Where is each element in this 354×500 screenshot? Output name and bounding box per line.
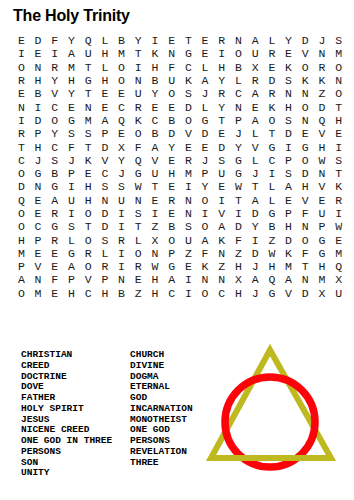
grid-cell[interactable]: S xyxy=(80,127,97,140)
grid-cell[interactable]: N xyxy=(180,194,197,207)
grid-cell[interactable]: D xyxy=(230,220,247,233)
grid-cell[interactable]: O xyxy=(13,61,30,74)
grid-cell[interactable]: U xyxy=(314,207,331,220)
grid-cell[interactable]: J xyxy=(247,287,264,300)
grid-cell[interactable]: T xyxy=(147,180,164,193)
grid-cell[interactable]: E xyxy=(247,100,264,113)
grid-cell[interactable]: U xyxy=(130,87,147,100)
grid-cell[interactable]: U xyxy=(147,167,164,180)
grid-cell[interactable]: I xyxy=(213,47,230,60)
grid-cell[interactable]: N xyxy=(230,100,247,113)
grid-cell[interactable]: I xyxy=(147,34,164,47)
grid-cell[interactable]: B xyxy=(113,287,130,300)
grid-cell[interactable]: H xyxy=(230,287,247,300)
grid-cell[interactable]: E xyxy=(46,247,63,260)
grid-cell[interactable]: A xyxy=(63,260,80,273)
grid-cell[interactable]: T xyxy=(330,100,347,113)
grid-cell[interactable]: E xyxy=(63,100,80,113)
grid-cell[interactable]: A xyxy=(247,114,264,127)
grid-cell[interactable]: S xyxy=(280,114,297,127)
grid-cell[interactable]: D xyxy=(280,127,297,140)
grid-cell[interactable]: Z xyxy=(230,247,247,260)
grid-cell[interactable]: K xyxy=(297,74,314,87)
grid-cell[interactable]: I xyxy=(330,140,347,153)
grid-cell[interactable]: L xyxy=(230,74,247,87)
grid-cell[interactable]: H xyxy=(280,100,297,113)
grid-cell[interactable]: Q xyxy=(330,260,347,273)
grid-cell[interactable]: N xyxy=(13,100,30,113)
grid-cell[interactable]: V xyxy=(180,127,197,140)
grid-cell[interactable]: E xyxy=(80,167,97,180)
grid-cell[interactable]: E xyxy=(213,180,230,193)
grid-cell[interactable]: H xyxy=(30,140,47,153)
grid-cell[interactable]: S xyxy=(63,127,80,140)
grid-cell[interactable]: O xyxy=(330,87,347,100)
grid-cell[interactable]: A xyxy=(46,194,63,207)
grid-cell[interactable]: K xyxy=(80,154,97,167)
grid-cell[interactable]: E xyxy=(113,87,130,100)
grid-cell[interactable]: D xyxy=(30,114,47,127)
grid-cell[interactable]: W xyxy=(330,220,347,233)
grid-cell[interactable]: N xyxy=(163,47,180,60)
grid-cell[interactable]: Z xyxy=(264,233,281,246)
grid-cell[interactable]: X xyxy=(314,287,331,300)
grid-cell[interactable]: I xyxy=(147,207,164,220)
grid-cell[interactable]: D xyxy=(30,34,47,47)
grid-cell[interactable]: H xyxy=(30,74,47,87)
grid-cell[interactable]: N xyxy=(130,74,147,87)
grid-cell[interactable]: S xyxy=(330,34,347,47)
grid-cell[interactable]: Q xyxy=(314,114,331,127)
grid-cell[interactable]: Y xyxy=(163,140,180,153)
grid-cell[interactable]: H xyxy=(63,74,80,87)
grid-cell[interactable]: E xyxy=(314,194,331,207)
grid-cell[interactable]: H xyxy=(297,180,314,193)
grid-cell[interactable]: F xyxy=(46,273,63,286)
grid-cell[interactable]: S xyxy=(97,233,114,246)
grid-cell[interactable]: F xyxy=(297,247,314,260)
grid-cell[interactable]: J xyxy=(247,260,264,273)
grid-cell[interactable]: E xyxy=(163,154,180,167)
grid-cell[interactable]: K xyxy=(213,233,230,246)
grid-cell[interactable]: A xyxy=(247,194,264,207)
grid-cell[interactable]: A xyxy=(280,273,297,286)
grid-cell[interactable]: C xyxy=(97,167,114,180)
grid-cell[interactable]: D xyxy=(280,233,297,246)
grid-cell[interactable]: S xyxy=(280,74,297,87)
grid-cell[interactable]: P xyxy=(280,154,297,167)
grid-cell[interactable]: C xyxy=(80,287,97,300)
grid-cell[interactable]: P xyxy=(314,220,331,233)
grid-cell[interactable]: M xyxy=(80,114,97,127)
grid-cell[interactable]: D xyxy=(264,74,281,87)
grid-cell[interactable]: D xyxy=(297,34,314,47)
grid-cell[interactable]: R xyxy=(247,74,264,87)
grid-cell[interactable]: E xyxy=(163,100,180,113)
grid-cell[interactable]: E xyxy=(163,207,180,220)
grid-cell[interactable]: U xyxy=(330,287,347,300)
grid-cell[interactable]: D xyxy=(213,140,230,153)
grid-cell[interactable]: H xyxy=(97,74,114,87)
grid-cell[interactable]: V xyxy=(97,154,114,167)
grid-cell[interactable]: I xyxy=(63,207,80,220)
grid-cell[interactable]: W xyxy=(147,260,164,273)
grid-cell[interactable]: Y xyxy=(147,87,164,100)
grid-cell[interactable]: B xyxy=(163,220,180,233)
grid-cell[interactable]: K xyxy=(330,180,347,193)
grid-cell[interactable]: O xyxy=(80,233,97,246)
grid-cell[interactable]: P xyxy=(97,127,114,140)
grid-cell[interactable]: G xyxy=(163,260,180,273)
grid-cell[interactable]: L xyxy=(97,34,114,47)
grid-cell[interactable]: O xyxy=(80,207,97,220)
grid-cell[interactable]: V xyxy=(314,180,331,193)
grid-cell[interactable]: V xyxy=(213,207,230,220)
grid-cell[interactable]: N xyxy=(30,273,47,286)
grid-cell[interactable]: P xyxy=(30,233,47,246)
grid-cell[interactable]: F xyxy=(297,207,314,220)
grid-cell[interactable]: O xyxy=(130,127,147,140)
grid-cell[interactable]: Z xyxy=(147,220,164,233)
grid-cell[interactable]: N xyxy=(213,247,230,260)
grid-cell[interactable]: A xyxy=(247,87,264,100)
grid-cell[interactable]: V xyxy=(147,154,164,167)
grid-cell[interactable]: Y xyxy=(197,180,214,193)
grid-cell[interactable]: O xyxy=(80,260,97,273)
grid-cell[interactable]: M xyxy=(13,247,30,260)
grid-cell[interactable]: I xyxy=(230,207,247,220)
grid-cell[interactable]: R xyxy=(13,127,30,140)
grid-cell[interactable]: O xyxy=(46,114,63,127)
grid-cell[interactable]: R xyxy=(163,194,180,207)
grid-cell[interactable]: Q xyxy=(80,34,97,47)
grid-cell[interactable]: L xyxy=(197,100,214,113)
grid-cell[interactable]: C xyxy=(113,100,130,113)
grid-cell[interactable]: P xyxy=(197,167,214,180)
grid-cell[interactable]: C xyxy=(180,61,197,74)
grid-cell[interactable]: V xyxy=(314,127,331,140)
grid-cell[interactable]: L xyxy=(264,34,281,47)
grid-cell[interactable]: O xyxy=(113,74,130,87)
grid-cell[interactable]: B xyxy=(30,87,47,100)
grid-cell[interactable]: R xyxy=(130,100,147,113)
grid-cell[interactable]: E xyxy=(130,273,147,286)
grid-cell[interactable]: I xyxy=(13,47,30,60)
grid-cell[interactable]: T xyxy=(264,127,281,140)
grid-cell[interactable]: P xyxy=(63,167,80,180)
grid-cell[interactable]: N xyxy=(30,61,47,74)
grid-cell[interactable]: H xyxy=(264,260,281,273)
grid-cell[interactable]: A xyxy=(280,180,297,193)
grid-cell[interactable]: U xyxy=(80,47,97,60)
grid-cell[interactable]: C xyxy=(264,154,281,167)
grid-cell[interactable]: J xyxy=(63,154,80,167)
grid-cell[interactable]: F xyxy=(230,233,247,246)
grid-cell[interactable]: M xyxy=(330,47,347,60)
grid-cell[interactable]: N xyxy=(297,220,314,233)
grid-cell[interactable]: R xyxy=(314,61,331,74)
grid-cell[interactable]: I xyxy=(197,207,214,220)
grid-cell[interactable]: J xyxy=(197,87,214,100)
grid-cell[interactable]: K xyxy=(264,100,281,113)
grid-cell[interactable]: E xyxy=(147,194,164,207)
grid-cell[interactable]: M xyxy=(314,273,331,286)
grid-cell[interactable]: N xyxy=(280,87,297,100)
grid-cell[interactable]: B xyxy=(147,74,164,87)
grid-cell[interactable]: G xyxy=(264,140,281,153)
grid-cell[interactable]: G xyxy=(63,114,80,127)
grid-cell[interactable]: G xyxy=(30,167,47,180)
grid-cell[interactable]: O xyxy=(297,61,314,74)
grid-cell[interactable]: Y xyxy=(113,154,130,167)
grid-cell[interactable]: C xyxy=(46,140,63,153)
grid-cell[interactable]: I xyxy=(113,207,130,220)
grid-cell[interactable]: M xyxy=(330,247,347,260)
grid-cell[interactable]: U xyxy=(163,74,180,87)
grid-cell[interactable]: R xyxy=(130,260,147,273)
grid-cell[interactable]: K xyxy=(280,247,297,260)
grid-cell[interactable]: S xyxy=(63,220,80,233)
grid-cell[interactable]: E xyxy=(113,127,130,140)
grid-cell[interactable]: N xyxy=(113,273,130,286)
grid-cell[interactable]: G xyxy=(314,233,331,246)
grid-cell[interactable]: T xyxy=(130,47,147,60)
grid-cell[interactable]: N xyxy=(230,34,247,47)
grid-cell[interactable]: V xyxy=(297,194,314,207)
grid-cell[interactable]: E xyxy=(30,47,47,60)
grid-cell[interactable]: E xyxy=(330,233,347,246)
grid-cell[interactable]: G xyxy=(297,140,314,153)
grid-cell[interactable]: H xyxy=(147,61,164,74)
grid-cell[interactable]: E xyxy=(13,87,30,100)
grid-cell[interactable]: A xyxy=(147,140,164,153)
grid-cell[interactable]: U xyxy=(180,233,197,246)
grid-cell[interactable]: D xyxy=(97,207,114,220)
grid-cell[interactable]: A xyxy=(197,74,214,87)
grid-cell[interactable]: O xyxy=(163,233,180,246)
grid-cell[interactable]: C xyxy=(13,154,30,167)
grid-cell[interactable]: I xyxy=(330,207,347,220)
grid-cell[interactable]: S xyxy=(130,207,147,220)
grid-cell[interactable]: I xyxy=(13,114,30,127)
grid-cell[interactable]: B xyxy=(264,220,281,233)
grid-cell[interactable]: B xyxy=(163,114,180,127)
grid-cell[interactable]: D xyxy=(247,247,264,260)
grid-cell[interactable]: R xyxy=(213,34,230,47)
grid-cell[interactable]: O xyxy=(297,154,314,167)
grid-cell[interactable]: U xyxy=(213,167,230,180)
grid-cell[interactable]: R xyxy=(13,74,30,87)
grid-cell[interactable]: S xyxy=(180,87,197,100)
grid-cell[interactable]: X xyxy=(147,233,164,246)
grid-cell[interactable]: D xyxy=(297,167,314,180)
grid-cell[interactable]: R xyxy=(113,233,130,246)
grid-cell[interactable]: G xyxy=(230,154,247,167)
grid-cell[interactable]: O xyxy=(13,207,30,220)
grid-cell[interactable]: C xyxy=(30,220,47,233)
grid-cell[interactable]: Q xyxy=(130,154,147,167)
grid-cell[interactable]: T xyxy=(80,87,97,100)
grid-cell[interactable]: R xyxy=(46,207,63,220)
grid-cell[interactable]: I xyxy=(30,100,47,113)
grid-cell[interactable]: A xyxy=(247,273,264,286)
grid-cell[interactable]: Q xyxy=(13,194,30,207)
grid-cell[interactable]: L xyxy=(264,180,281,193)
grid-cell[interactable]: P xyxy=(63,273,80,286)
grid-cell[interactable]: R xyxy=(46,233,63,246)
grid-cell[interactable]: I xyxy=(264,167,281,180)
grid-cell[interactable]: W xyxy=(264,247,281,260)
grid-cell[interactable]: V xyxy=(247,140,264,153)
grid-cell[interactable]: T xyxy=(330,167,347,180)
grid-cell[interactable]: H xyxy=(147,273,164,286)
grid-cell[interactable]: O xyxy=(230,47,247,60)
grid-cell[interactable]: L xyxy=(247,154,264,167)
grid-cell[interactable]: L xyxy=(97,247,114,260)
grid-cell[interactable]: A xyxy=(213,220,230,233)
grid-cell[interactable]: T xyxy=(13,140,30,153)
grid-cell[interactable]: E xyxy=(330,127,347,140)
grid-cell[interactable]: D xyxy=(97,220,114,233)
grid-cell[interactable]: O xyxy=(180,114,197,127)
grid-cell[interactable]: S xyxy=(180,220,197,233)
grid-cell[interactable]: K xyxy=(280,61,297,74)
grid-cell[interactable]: T xyxy=(130,220,147,233)
grid-cell[interactable]: T xyxy=(80,220,97,233)
grid-cell[interactable]: N xyxy=(213,273,230,286)
grid-cell[interactable]: T xyxy=(80,61,97,74)
grid-cell[interactable]: O xyxy=(130,247,147,260)
grid-cell[interactable]: M xyxy=(30,287,47,300)
grid-cell[interactable]: J xyxy=(247,167,264,180)
grid-cell[interactable]: C xyxy=(230,87,247,100)
grid-cell[interactable]: N xyxy=(297,87,314,100)
grid-cell[interactable]: H xyxy=(63,287,80,300)
grid-cell[interactable]: A xyxy=(247,34,264,47)
grid-cell[interactable]: B xyxy=(113,34,130,47)
grid-cell[interactable]: I xyxy=(180,180,197,193)
grid-cell[interactable]: X xyxy=(230,273,247,286)
grid-cell[interactable]: P xyxy=(97,273,114,286)
grid-cell[interactable]: T xyxy=(230,194,247,207)
grid-cell[interactable]: U xyxy=(113,194,130,207)
grid-cell[interactable]: N xyxy=(30,180,47,193)
grid-cell[interactable]: D xyxy=(180,100,197,113)
grid-cell[interactable]: V xyxy=(30,260,47,273)
grid-cell[interactable]: G xyxy=(130,167,147,180)
grid-cell[interactable]: H xyxy=(280,220,297,233)
grid-cell[interactable]: O xyxy=(197,194,214,207)
grid-cell[interactable]: E xyxy=(280,194,297,207)
grid-cell[interactable]: Y xyxy=(63,34,80,47)
grid-cell[interactable]: E xyxy=(197,34,214,47)
grid-cell[interactable]: T xyxy=(247,180,264,193)
grid-cell[interactable]: G xyxy=(230,167,247,180)
grid-cell[interactable]: A xyxy=(63,47,80,60)
grid-cell[interactable]: L xyxy=(264,194,281,207)
grid-cell[interactable]: N xyxy=(297,273,314,286)
grid-cell[interactable]: Q xyxy=(264,273,281,286)
grid-cell[interactable]: K xyxy=(130,114,147,127)
grid-cell[interactable]: T xyxy=(180,34,197,47)
grid-cell[interactable]: S xyxy=(213,154,230,167)
grid-cell[interactable]: E xyxy=(46,287,63,300)
grid-cell[interactable]: E xyxy=(97,87,114,100)
grid-cell[interactable]: D xyxy=(314,100,331,113)
grid-cell[interactable]: Y xyxy=(130,34,147,47)
grid-cell[interactable]: G xyxy=(180,47,197,60)
grid-cell[interactable]: G xyxy=(264,207,281,220)
grid-cell[interactable]: K xyxy=(180,74,197,87)
grid-cell[interactable]: B xyxy=(230,61,247,74)
grid-cell[interactable]: H xyxy=(147,287,164,300)
grid-cell[interactable]: H xyxy=(213,61,230,74)
grid-cell[interactable]: N xyxy=(314,47,331,60)
grid-cell[interactable]: S xyxy=(280,167,297,180)
grid-cell[interactable]: P xyxy=(230,114,247,127)
grid-cell[interactable]: I xyxy=(113,247,130,260)
grid-cell[interactable]: V xyxy=(80,273,97,286)
grid-cell[interactable]: Y xyxy=(46,74,63,87)
grid-cell[interactable]: L xyxy=(197,61,214,74)
grid-cell[interactable]: E xyxy=(147,100,164,113)
grid-cell[interactable]: Y xyxy=(63,87,80,100)
grid-cell[interactable]: R xyxy=(213,87,230,100)
grid-cell[interactable]: W xyxy=(230,180,247,193)
grid-cell[interactable]: C xyxy=(46,100,63,113)
grid-cell[interactable]: O xyxy=(13,220,30,233)
grid-cell[interactable]: Y xyxy=(46,127,63,140)
grid-cell[interactable]: G xyxy=(80,74,97,87)
grid-cell[interactable]: F xyxy=(197,247,214,260)
grid-cell[interactable]: P xyxy=(30,127,47,140)
grid-cell[interactable]: G xyxy=(264,287,281,300)
grid-cell[interactable]: W xyxy=(314,154,331,167)
grid-cell[interactable]: Y xyxy=(213,74,230,87)
grid-cell[interactable]: V xyxy=(280,287,297,300)
grid-cell[interactable]: R xyxy=(80,247,97,260)
grid-cell[interactable]: O xyxy=(297,233,314,246)
grid-cell[interactable]: P xyxy=(163,247,180,260)
grid-cell[interactable]: S xyxy=(97,180,114,193)
grid-cell[interactable]: I xyxy=(63,180,80,193)
grid-cell[interactable]: O xyxy=(113,61,130,74)
grid-cell[interactable]: H xyxy=(13,233,30,246)
grid-cell[interactable]: M xyxy=(63,61,80,74)
grid-cell[interactable]: V xyxy=(297,47,314,60)
grid-cell[interactable]: I xyxy=(46,47,63,60)
grid-cell[interactable]: T xyxy=(213,114,230,127)
grid-cell[interactable]: T xyxy=(80,140,97,153)
grid-cell[interactable]: G xyxy=(63,247,80,260)
grid-cell[interactable]: A xyxy=(197,233,214,246)
grid-cell[interactable]: D xyxy=(247,207,264,220)
grid-cell[interactable]: I xyxy=(113,220,130,233)
grid-cell[interactable]: H xyxy=(80,194,97,207)
grid-cell[interactable]: Y xyxy=(247,220,264,233)
grid-cell[interactable]: B xyxy=(46,167,63,180)
grid-cell[interactable]: N xyxy=(314,167,331,180)
grid-cell[interactable]: T xyxy=(297,260,314,273)
grid-cell[interactable]: S xyxy=(113,180,130,193)
grid-cell[interactable]: N xyxy=(97,194,114,207)
grid-cell[interactable]: L xyxy=(130,233,147,246)
grid-cell[interactable]: E xyxy=(46,260,63,273)
grid-cell[interactable]: N xyxy=(80,100,97,113)
grid-cell[interactable]: I xyxy=(113,260,130,273)
grid-cell[interactable]: D xyxy=(197,127,214,140)
grid-cell[interactable]: O xyxy=(13,287,30,300)
